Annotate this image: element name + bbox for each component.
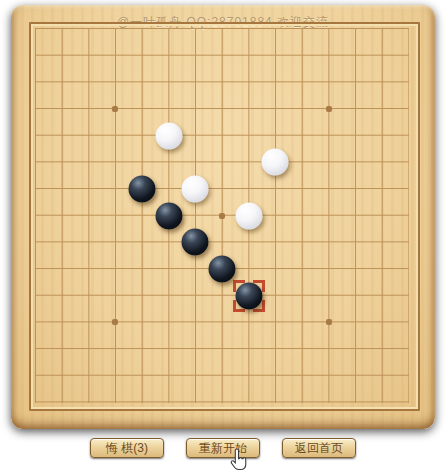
black-stone xyxy=(155,202,182,229)
star-point xyxy=(112,319,118,325)
black-stone xyxy=(128,175,155,202)
white-stone xyxy=(235,202,262,229)
button-bar: 悔 棋(3) 重新开始 返回首页 xyxy=(0,438,446,458)
white-stone xyxy=(182,175,209,202)
white-stone xyxy=(262,149,289,176)
star-point xyxy=(112,106,118,112)
star-point xyxy=(219,213,225,219)
black-stone xyxy=(182,229,209,256)
black-stone xyxy=(208,255,235,282)
home-button[interactable]: 返回首页 xyxy=(282,438,356,458)
game-window: @一叶孤舟 QQ:28701884 欢迎交流 悔 棋(3) 重新开始 返回首页 xyxy=(0,0,446,476)
black-stone xyxy=(235,282,262,309)
restart-button[interactable]: 重新开始 xyxy=(186,438,260,458)
star-point xyxy=(326,319,332,325)
gomoku-board-panel: @一叶孤舟 QQ:28701884 欢迎交流 xyxy=(11,5,435,429)
white-stone xyxy=(155,122,182,149)
undo-button[interactable]: 悔 棋(3) xyxy=(90,438,164,458)
star-point xyxy=(326,106,332,112)
